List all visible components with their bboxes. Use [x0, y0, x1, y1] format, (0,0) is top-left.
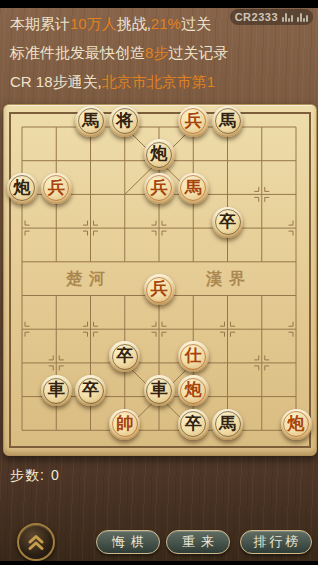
- move-counter-value: 0: [51, 467, 60, 483]
- piece-glyph: 車: [48, 381, 65, 398]
- move-counter: 步数:0: [10, 467, 60, 485]
- piece-glyph: 卒: [219, 213, 236, 230]
- user-id-label: CR2333: [235, 11, 278, 23]
- piece-black-horse[interactable]: 馬: [212, 409, 243, 440]
- piece-red-soldier[interactable]: 兵: [144, 274, 175, 305]
- piece-glyph: 兵: [48, 179, 65, 196]
- piece-glyph: 馬: [82, 112, 99, 129]
- piece-red-horse[interactable]: 馬: [178, 173, 209, 204]
- challenge-line-3: CR 18步通关,北京市北京市第1: [10, 67, 310, 96]
- piece-red-soldier[interactable]: 兵: [178, 106, 209, 137]
- piece-glyph: 兵: [185, 112, 202, 129]
- double-chevron-up-icon: [26, 534, 46, 551]
- piece-black-chariot[interactable]: 車: [41, 375, 72, 406]
- signal-bars-icon: [282, 12, 293, 22]
- piece-red-cannon[interactable]: 炮: [281, 409, 312, 440]
- river-label-left: 楚河: [66, 269, 112, 290]
- undo-move-button[interactable]: 悔棋: [96, 530, 160, 554]
- piece-glyph: 馬: [219, 415, 236, 432]
- piece-black-soldier[interactable]: 卒: [178, 409, 209, 440]
- piece-glyph: 炮: [14, 179, 31, 196]
- piece-glyph: 帥: [116, 415, 133, 432]
- collapse-panel-button[interactable]: [17, 523, 55, 561]
- piece-black-horse[interactable]: 馬: [212, 106, 243, 137]
- piece-glyph: 卒: [82, 381, 99, 398]
- status-bar-top: [0, 0, 318, 8]
- piece-glyph: 兵: [151, 280, 168, 297]
- challenge-line-2: 标准件批发最快创造8步过关记录: [10, 38, 310, 67]
- piece-black-soldier[interactable]: 卒: [212, 207, 243, 238]
- piece-black-cannon[interactable]: 炮: [144, 139, 175, 170]
- restart-button[interactable]: 重来: [166, 530, 230, 554]
- piece-glyph: 卒: [116, 347, 133, 364]
- piece-black-cannon[interactable]: 炮: [7, 173, 38, 204]
- piece-glyph: 兵: [151, 179, 168, 196]
- piece-red-advisor[interactable]: 仕: [178, 341, 209, 372]
- user-badge: CR2333: [230, 9, 313, 25]
- piece-glyph: 仕: [185, 347, 202, 364]
- piece-glyph: 馬: [219, 112, 236, 129]
- piece-black-soldier[interactable]: 卒: [75, 375, 106, 406]
- status-bar-bottom: [0, 561, 318, 565]
- piece-black-horse[interactable]: 馬: [75, 106, 106, 137]
- piece-glyph: 炮: [151, 145, 168, 162]
- piece-red-cannon[interactable]: 炮: [178, 375, 209, 406]
- piece-black-general[interactable]: 将: [109, 106, 140, 137]
- app-screen: 本期累计10万人挑战,21%过关 标准件批发最快创造8步过关记录 CR 18步通…: [0, 0, 318, 565]
- piece-red-soldier[interactable]: 兵: [144, 173, 175, 204]
- piece-black-chariot[interactable]: 車: [144, 375, 175, 406]
- river-label-right: 漢界: [206, 269, 252, 290]
- signal-bars-icon: [297, 12, 308, 22]
- piece-glyph: 将: [116, 112, 133, 129]
- piece-glyph: 炮: [288, 415, 305, 432]
- piece-glyph: 車: [151, 381, 168, 398]
- move-counter-label: 步数:: [10, 467, 45, 483]
- board[interactable]: 楚河 漢界 馬将兵馬炮炮兵兵馬卒兵卒仕車卒車炮帥卒馬炮: [3, 104, 317, 456]
- piece-glyph: 馬: [185, 179, 202, 196]
- piece-glyph: 卒: [185, 415, 202, 432]
- leaderboard-button[interactable]: 排行榜: [240, 530, 312, 554]
- piece-glyph: 炮: [185, 381, 202, 398]
- piece-red-soldier[interactable]: 兵: [41, 173, 72, 204]
- piece-red-general[interactable]: 帥: [109, 409, 140, 440]
